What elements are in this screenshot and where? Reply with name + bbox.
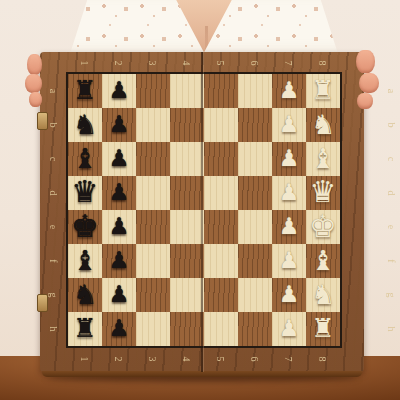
square-e8[interactable]: ♚: [306, 210, 340, 244]
square-h4[interactable]: [170, 312, 204, 346]
square-h7[interactable]: ♟: [272, 312, 306, 346]
square-e6[interactable]: [238, 210, 272, 244]
file-label-g: g: [375, 283, 400, 307]
file-label-h: h: [375, 317, 400, 341]
square-c7[interactable]: ♟: [272, 142, 306, 176]
piece-black-knight-b1[interactable]: ♞: [73, 111, 97, 138]
piece-black-rook-h1[interactable]: ♜: [73, 315, 96, 341]
rank-labels-top: 12345678: [68, 52, 340, 74]
piece-black-pawn-g2[interactable]: ♟: [109, 283, 130, 306]
right-hand-finger: [359, 73, 379, 93]
square-e4[interactable]: [170, 210, 204, 244]
piece-black-pawn-e2[interactable]: ♟: [109, 215, 130, 238]
square-e2[interactable]: ♟: [102, 210, 136, 244]
square-f1[interactable]: ♝: [68, 244, 102, 278]
square-e1[interactable]: ♚: [68, 210, 102, 244]
board-grid: ♜♟♟♜♞♟♟♞♝♟♟♝♛♟♟♛♚♟♟♚♝♟♟♝♞♟♟♞♜♟♟♜: [68, 74, 340, 346]
file-label-d: d: [375, 181, 400, 205]
square-a1[interactable]: ♜: [68, 74, 102, 108]
piece-white-pawn-h7[interactable]: ♟: [279, 317, 300, 340]
square-d1[interactable]: ♛: [68, 176, 102, 210]
square-d3[interactable]: [136, 176, 170, 210]
square-c5[interactable]: [204, 142, 238, 176]
left-hand-finger: [27, 54, 42, 75]
square-f4[interactable]: [170, 244, 204, 278]
piece-white-king-e8[interactable]: ♚: [309, 211, 337, 242]
square-d8[interactable]: ♛: [306, 176, 340, 210]
piece-white-knight-g8[interactable]: ♞: [311, 281, 335, 308]
square-f2[interactable]: ♟: [102, 244, 136, 278]
square-a5[interactable]: [204, 74, 238, 108]
playing-area: ♜♟♟♜♞♟♟♞♝♟♟♝♛♟♟♛♚♟♟♚♝♟♟♝♞♟♟♞♜♟♟♜: [66, 72, 342, 348]
square-e7[interactable]: ♟: [272, 210, 306, 244]
square-g6[interactable]: [238, 278, 272, 312]
piece-black-knight-g1[interactable]: ♞: [73, 281, 97, 308]
square-b1[interactable]: ♞: [68, 108, 102, 142]
piece-white-knight-b8[interactable]: ♞: [311, 111, 335, 138]
square-b7[interactable]: ♟: [272, 108, 306, 142]
square-g3[interactable]: [136, 278, 170, 312]
square-h2[interactable]: ♟: [102, 312, 136, 346]
square-a3[interactable]: [136, 74, 170, 108]
square-g2[interactable]: ♟: [102, 278, 136, 312]
square-f7[interactable]: ♟: [272, 244, 306, 278]
file-label-c: c: [375, 147, 400, 171]
square-c1[interactable]: ♝: [68, 142, 102, 176]
piece-white-pawn-a7[interactable]: ♟: [279, 79, 300, 102]
square-d6[interactable]: [238, 176, 272, 210]
square-b8[interactable]: ♞: [306, 108, 340, 142]
square-a6[interactable]: [238, 74, 272, 108]
left-hand-finger: [25, 74, 42, 93]
square-h5[interactable]: [204, 312, 238, 346]
board-fold-seam: [201, 52, 203, 372]
left-hand-finger: [29, 92, 42, 107]
square-h8[interactable]: ♜: [306, 312, 340, 346]
piece-black-pawn-a2[interactable]: ♟: [109, 79, 130, 102]
square-b6[interactable]: [238, 108, 272, 142]
file-label-f: f: [375, 249, 400, 273]
right-hand-finger: [357, 93, 373, 109]
square-f6[interactable]: [238, 244, 272, 278]
right-hand-finger: [356, 50, 375, 73]
square-c6[interactable]: [238, 142, 272, 176]
piece-black-pawn-c2[interactable]: ♟: [109, 147, 130, 170]
square-b4[interactable]: [170, 108, 204, 142]
piece-white-pawn-c7[interactable]: ♟: [279, 147, 300, 170]
square-f3[interactable]: [136, 244, 170, 278]
piece-white-pawn-f7[interactable]: ♟: [279, 249, 300, 272]
square-g4[interactable]: [170, 278, 204, 312]
square-a8[interactable]: ♜: [306, 74, 340, 108]
rank-labels-bottom: 12345678: [68, 346, 340, 372]
square-e3[interactable]: [136, 210, 170, 244]
piece-white-rook-h8[interactable]: ♜: [311, 315, 334, 341]
brass-hinge-icon: [37, 112, 48, 130]
piece-black-bishop-f1[interactable]: ♝: [73, 247, 97, 274]
square-h1[interactable]: ♜: [68, 312, 102, 346]
square-a7[interactable]: ♟: [272, 74, 306, 108]
piece-black-pawn-f2[interactable]: ♟: [109, 249, 130, 272]
piece-black-bishop-c1[interactable]: ♝: [73, 145, 97, 172]
square-c2[interactable]: ♟: [102, 142, 136, 176]
piece-black-queen-d1[interactable]: ♛: [72, 177, 99, 207]
piece-black-pawn-d2[interactable]: ♟: [109, 181, 130, 204]
square-g7[interactable]: ♟: [272, 278, 306, 312]
square-a2[interactable]: ♟: [102, 74, 136, 108]
piece-black-king-e1[interactable]: ♚: [71, 211, 99, 242]
square-d7[interactable]: ♟: [272, 176, 306, 210]
square-c4[interactable]: [170, 142, 204, 176]
product-photo-scene: 12345678 12345678 abcdefgh abcdefgh ♜♟♟♜…: [0, 0, 400, 400]
file-label-b: b: [375, 113, 400, 137]
piece-white-bishop-c8[interactable]: ♝: [311, 145, 335, 172]
square-h6[interactable]: [238, 312, 272, 346]
square-e5[interactable]: [204, 210, 238, 244]
chess-board: 12345678 12345678 abcdefgh abcdefgh ♜♟♟♜…: [40, 52, 364, 372]
square-h3[interactable]: [136, 312, 170, 346]
piece-black-rook-a1[interactable]: ♜: [73, 77, 96, 103]
brass-hinge-icon: [37, 294, 48, 312]
square-g8[interactable]: ♞: [306, 278, 340, 312]
file-label-e: e: [375, 215, 400, 239]
square-d2[interactable]: ♟: [102, 176, 136, 210]
square-a4[interactable]: [170, 74, 204, 108]
piece-white-pawn-g7[interactable]: ♟: [279, 283, 300, 306]
piece-white-rook-a8[interactable]: ♜: [311, 77, 334, 103]
piece-white-bishop-f8[interactable]: ♝: [311, 247, 335, 274]
square-b3[interactable]: [136, 108, 170, 142]
piece-white-pawn-e7[interactable]: ♟: [279, 215, 300, 238]
piece-white-pawn-b7[interactable]: ♟: [279, 113, 300, 136]
square-f5[interactable]: [204, 244, 238, 278]
square-g1[interactable]: ♞: [68, 278, 102, 312]
file-labels-right: abcdefgh: [380, 74, 400, 346]
square-b2[interactable]: ♟: [102, 108, 136, 142]
square-c3[interactable]: [136, 142, 170, 176]
piece-white-queen-d8[interactable]: ♛: [310, 177, 337, 207]
square-g5[interactable]: [204, 278, 238, 312]
piece-black-pawn-h2[interactable]: ♟: [109, 317, 130, 340]
piece-white-pawn-d7[interactable]: ♟: [279, 181, 300, 204]
square-d5[interactable]: [204, 176, 238, 210]
square-b5[interactable]: [204, 108, 238, 142]
square-f8[interactable]: ♝: [306, 244, 340, 278]
piece-black-pawn-b2[interactable]: ♟: [109, 113, 130, 136]
square-d4[interactable]: [170, 176, 204, 210]
square-c8[interactable]: ♝: [306, 142, 340, 176]
